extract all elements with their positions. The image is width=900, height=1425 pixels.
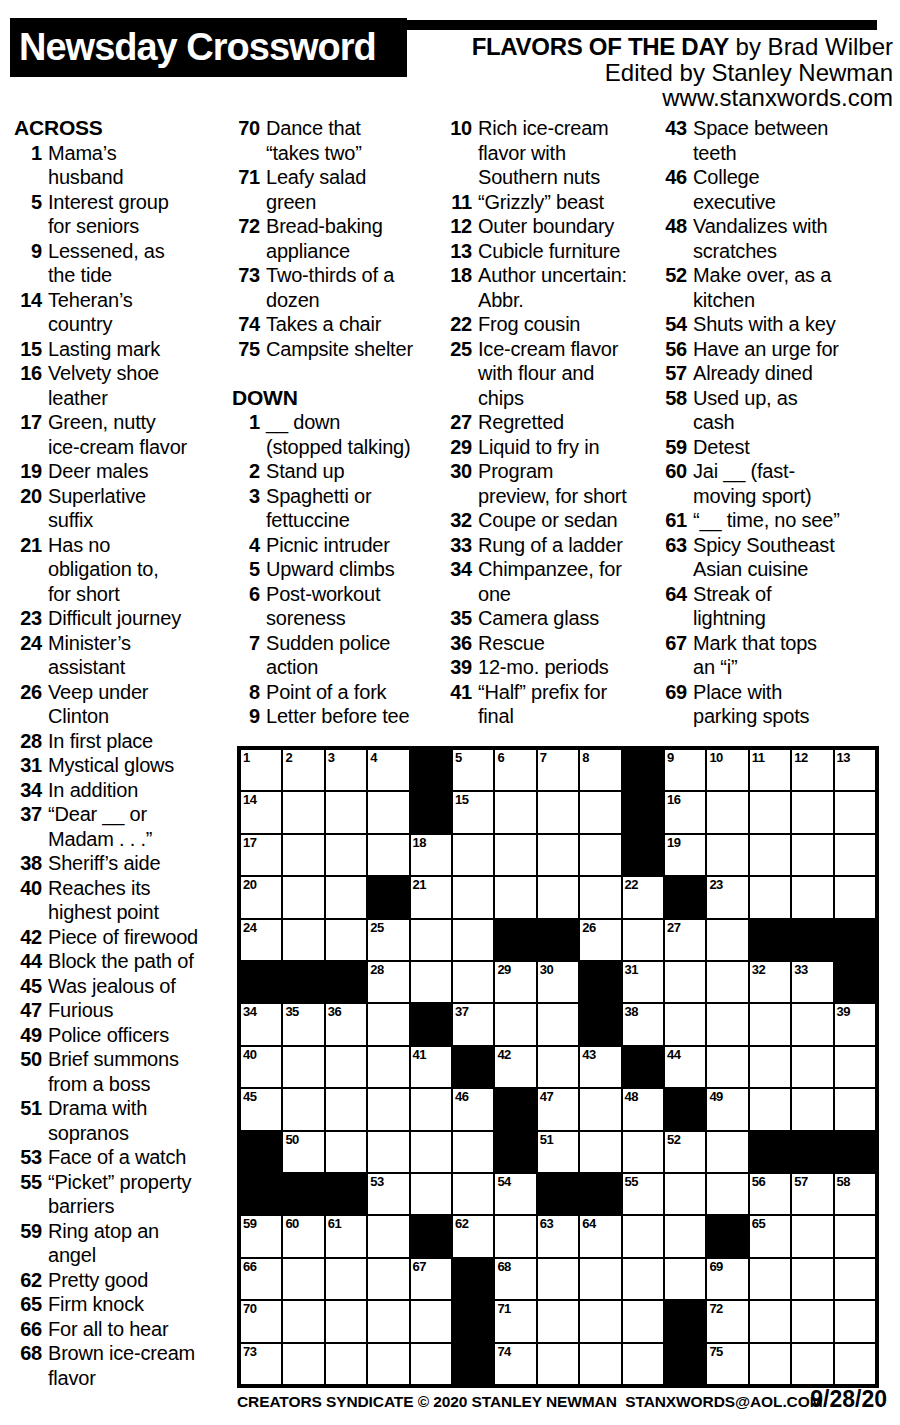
cell-r13c9[interactable] bbox=[579, 1258, 621, 1300]
cell-r1c2[interactable]: 2 bbox=[282, 749, 324, 791]
cell-r15c5[interactable] bbox=[410, 1343, 452, 1385]
clue-number: 55 bbox=[12, 1170, 42, 1195]
cell-r8c15[interactable] bbox=[834, 1046, 876, 1088]
clue-across-75: 75Campsite shelter bbox=[230, 337, 443, 362]
cell-number: 24 bbox=[243, 920, 256, 935]
clue-number: 45 bbox=[12, 974, 42, 999]
cell-number: 59 bbox=[243, 1216, 256, 1231]
cell-number: 31 bbox=[625, 962, 638, 977]
black-cell-r12c5 bbox=[410, 1215, 452, 1257]
cell-r12c2[interactable]: 60 bbox=[282, 1215, 324, 1257]
cell-r5c2[interactable] bbox=[282, 919, 324, 961]
cell-r7c12[interactable] bbox=[706, 1003, 748, 1045]
clue-down-69: 69Place with parking spots bbox=[660, 680, 879, 729]
cell-r7c14[interactable] bbox=[791, 1003, 833, 1045]
clue-text: Face of a watch bbox=[48, 1145, 186, 1170]
cell-r14c2[interactable] bbox=[282, 1300, 324, 1342]
cell-r4c15[interactable] bbox=[834, 876, 876, 918]
cell-r3c8[interactable] bbox=[537, 834, 579, 876]
clue-number: 20 bbox=[12, 484, 42, 509]
cell-r4c3[interactable] bbox=[325, 876, 367, 918]
cell-r14c8[interactable] bbox=[537, 1300, 579, 1342]
clue-number: 26 bbox=[12, 680, 42, 705]
clue-text: Leafy salad green bbox=[266, 165, 366, 214]
cell-r2c8[interactable] bbox=[537, 791, 579, 833]
clue-text: Teheran’s country bbox=[48, 288, 133, 337]
cell-r15c8[interactable] bbox=[537, 1343, 579, 1385]
cell-r1c7[interactable]: 6 bbox=[494, 749, 536, 791]
cell-number: 60 bbox=[285, 1216, 298, 1231]
clue-number: 25 bbox=[445, 337, 472, 362]
cell-r8c8[interactable] bbox=[537, 1046, 579, 1088]
clue-number: 54 bbox=[660, 312, 687, 337]
clue-number: 22 bbox=[445, 312, 472, 337]
cell-r3c11[interactable]: 19 bbox=[664, 834, 706, 876]
clue-number: 10 bbox=[445, 116, 472, 141]
cell-r10c11[interactable]: 52 bbox=[664, 1131, 706, 1173]
cell-r1c15[interactable]: 13 bbox=[834, 749, 876, 791]
clue-number: 5 bbox=[12, 190, 42, 215]
cell-r1c6[interactable]: 5 bbox=[452, 749, 494, 791]
clue-text: Used up, as cash bbox=[693, 386, 798, 435]
cell-r12c8[interactable]: 63 bbox=[537, 1215, 579, 1257]
cell-r15c2[interactable] bbox=[282, 1343, 324, 1385]
cell-r3c9[interactable] bbox=[579, 834, 621, 876]
cell-r10c9[interactable] bbox=[579, 1131, 621, 1173]
cell-r12c14[interactable] bbox=[791, 1215, 833, 1257]
clue-text: Velvety shoe leather bbox=[48, 361, 159, 410]
cell-r14c10[interactable] bbox=[622, 1300, 664, 1342]
cell-r3c7[interactable] bbox=[494, 834, 536, 876]
cell-r9c8[interactable]: 47 bbox=[537, 1088, 579, 1130]
cell-r4c2[interactable] bbox=[282, 876, 324, 918]
cell-number: 34 bbox=[243, 1004, 256, 1019]
clue-across-72: 72Bread-baking appliance bbox=[230, 214, 443, 263]
clue-text: Veep under Clinton bbox=[48, 680, 148, 729]
cell-r15c12[interactable]: 75 bbox=[706, 1343, 748, 1385]
cell-r4c5[interactable]: 21 bbox=[410, 876, 452, 918]
cell-r7c15[interactable]: 39 bbox=[834, 1003, 876, 1045]
cell-r14c3[interactable] bbox=[325, 1300, 367, 1342]
black-cell-r5c13 bbox=[749, 919, 791, 961]
cell-r12c9[interactable]: 64 bbox=[579, 1215, 621, 1257]
clue-number: 1 bbox=[230, 410, 260, 435]
cell-r12c10[interactable] bbox=[622, 1215, 664, 1257]
cell-r1c14[interactable]: 12 bbox=[791, 749, 833, 791]
clue-across-14: 14Teheran’s country bbox=[12, 288, 227, 337]
clue-down-6: 6Post-workout soreness bbox=[230, 582, 443, 631]
cell-r2c1[interactable]: 14 bbox=[240, 791, 282, 833]
cell-number: 13 bbox=[837, 750, 850, 765]
cell-r1c1[interactable]: 1 bbox=[240, 749, 282, 791]
clue-number: 40 bbox=[12, 876, 42, 901]
cell-r15c4[interactable] bbox=[367, 1343, 409, 1385]
cell-r12c15[interactable] bbox=[834, 1215, 876, 1257]
cell-number: 68 bbox=[497, 1259, 510, 1274]
cell-r8c14[interactable] bbox=[791, 1046, 833, 1088]
clue-down-43: 43Space between teeth bbox=[660, 116, 879, 165]
cell-r4c13[interactable] bbox=[749, 876, 791, 918]
clue-text: Pretty good bbox=[48, 1268, 148, 1293]
clue-down-12: 12Outer boundary bbox=[445, 214, 658, 239]
cell-r3c14[interactable] bbox=[791, 834, 833, 876]
cell-r10c2[interactable]: 50 bbox=[282, 1131, 324, 1173]
cell-r4c10[interactable]: 22 bbox=[622, 876, 664, 918]
cell-r2c14[interactable] bbox=[791, 791, 833, 833]
cell-r13c12[interactable]: 69 bbox=[706, 1258, 748, 1300]
clue-down-25: 25Ice-cream flavor with flour and chips bbox=[445, 337, 658, 411]
cell-r8c9[interactable]: 43 bbox=[579, 1046, 621, 1088]
cell-r15c15[interactable] bbox=[834, 1343, 876, 1385]
cell-r15c13[interactable] bbox=[749, 1343, 791, 1385]
cell-r10c3[interactable] bbox=[325, 1131, 367, 1173]
cell-number: 51 bbox=[540, 1132, 553, 1147]
clue-text: Drama with sopranos bbox=[48, 1096, 147, 1145]
cell-r9c2[interactable] bbox=[282, 1088, 324, 1130]
cell-r13c7[interactable]: 68 bbox=[494, 1258, 536, 1300]
clue-down-52: 52Make over, as a kitchen bbox=[660, 263, 879, 312]
cell-r15c10[interactable] bbox=[622, 1343, 664, 1385]
cell-r14c9[interactable] bbox=[579, 1300, 621, 1342]
clue-text: Letter before tee bbox=[266, 704, 409, 729]
cell-r6c14[interactable]: 33 bbox=[791, 961, 833, 1003]
cell-r10c5[interactable] bbox=[410, 1131, 452, 1173]
clue-text: Shuts with a key bbox=[693, 312, 835, 337]
cell-r15c1[interactable]: 73 bbox=[240, 1343, 282, 1385]
cell-r13c8[interactable] bbox=[537, 1258, 579, 1300]
cell-r8c11[interactable]: 44 bbox=[664, 1046, 706, 1088]
cell-r8c3[interactable] bbox=[325, 1046, 367, 1088]
clue-across-20: 20Superlative suffix bbox=[12, 484, 227, 533]
clue-down-48: 48Vandalizes with scratches bbox=[660, 214, 879, 263]
clue-text: Bread-baking appliance bbox=[266, 214, 383, 263]
cell-r1c4[interactable]: 4 bbox=[367, 749, 409, 791]
clue-number: 32 bbox=[445, 508, 472, 533]
cell-r12c11[interactable] bbox=[664, 1215, 706, 1257]
clue-across-68: 68Brown ice-cream flavor bbox=[12, 1341, 227, 1390]
cell-r4c12[interactable]: 23 bbox=[706, 876, 748, 918]
cell-r15c14[interactable] bbox=[791, 1343, 833, 1385]
cell-r8c5[interactable]: 41 bbox=[410, 1046, 452, 1088]
cell-r9c15[interactable] bbox=[834, 1088, 876, 1130]
cell-r11c14[interactable]: 57 bbox=[791, 1173, 833, 1215]
cell-number: 70 bbox=[243, 1301, 256, 1316]
cell-r7c11[interactable] bbox=[664, 1003, 706, 1045]
clue-down-56: 56Have an urge for bbox=[660, 337, 879, 362]
clue-across-23: 23Difficult journey bbox=[12, 606, 227, 631]
cell-r14c14[interactable] bbox=[791, 1300, 833, 1342]
clue-number: 33 bbox=[445, 533, 472, 558]
cell-r13c1[interactable]: 66 bbox=[240, 1258, 282, 1300]
cell-r3c5[interactable]: 18 bbox=[410, 834, 452, 876]
puzzle-title: FLAVORS OF THE DAY bbox=[472, 33, 729, 60]
cell-r1c13[interactable]: 11 bbox=[749, 749, 791, 791]
cell-r1c9[interactable]: 8 bbox=[579, 749, 621, 791]
cell-r8c2[interactable] bbox=[282, 1046, 324, 1088]
cell-r12c4[interactable] bbox=[367, 1215, 409, 1257]
cell-r9c1[interactable]: 45 bbox=[240, 1088, 282, 1130]
clue-text: Interest group for seniors bbox=[48, 190, 169, 239]
clue-text: Vandalizes with scratches bbox=[693, 214, 827, 263]
cell-r12c6[interactable]: 62 bbox=[452, 1215, 494, 1257]
black-cell-r5c15 bbox=[834, 919, 876, 961]
cell-r2c9[interactable] bbox=[579, 791, 621, 833]
cell-r12c13[interactable]: 65 bbox=[749, 1215, 791, 1257]
cell-r6c12[interactable] bbox=[706, 961, 748, 1003]
cell-r15c3[interactable] bbox=[325, 1343, 367, 1385]
cell-r3c4[interactable] bbox=[367, 834, 409, 876]
cell-number: 62 bbox=[455, 1216, 468, 1231]
clue-across-49: 49Police officers bbox=[12, 1023, 227, 1048]
cell-r14c13[interactable] bbox=[749, 1300, 791, 1342]
cell-r7c4[interactable] bbox=[367, 1003, 409, 1045]
cell-r4c9[interactable] bbox=[579, 876, 621, 918]
cell-r11c6[interactable] bbox=[452, 1173, 494, 1215]
cell-r9c13[interactable] bbox=[749, 1088, 791, 1130]
cell-number: 58 bbox=[837, 1174, 850, 1189]
clue-down-34: 34Chimpanzee, for one bbox=[445, 557, 658, 606]
cell-r5c10[interactable] bbox=[622, 919, 664, 961]
cell-r3c1[interactable]: 17 bbox=[240, 834, 282, 876]
cell-r1c12[interactable]: 10 bbox=[706, 749, 748, 791]
masthead: FLAVORS OF THE DAY by Brad Wilber Edited… bbox=[472, 34, 893, 111]
clue-number: 2 bbox=[230, 459, 260, 484]
clue-across-51: 51Drama with sopranos bbox=[12, 1096, 227, 1145]
clue-down-22: 22Frog cousin bbox=[445, 312, 658, 337]
cell-r6c4[interactable]: 28 bbox=[367, 961, 409, 1003]
cell-r13c2[interactable] bbox=[282, 1258, 324, 1300]
cell-r12c3[interactable]: 61 bbox=[325, 1215, 367, 1257]
cell-r6c6[interactable] bbox=[452, 961, 494, 1003]
clue-across-31: 31Mystical glows bbox=[12, 753, 227, 778]
clue-down-67: 67Mark that tops an “i” bbox=[660, 631, 879, 680]
cell-r11c5[interactable] bbox=[410, 1173, 452, 1215]
cell-number: 52 bbox=[667, 1132, 680, 1147]
cell-r5c3[interactable] bbox=[325, 919, 367, 961]
clue-text: “Picket” property barriers bbox=[48, 1170, 191, 1219]
cell-r9c9[interactable] bbox=[579, 1088, 621, 1130]
section-header-across: ACROSS bbox=[14, 116, 227, 141]
clue-number: 6 bbox=[230, 582, 260, 607]
cell-r10c6[interactable] bbox=[452, 1131, 494, 1173]
cell-number: 37 bbox=[455, 1004, 468, 1019]
cell-r5c11[interactable]: 27 bbox=[664, 919, 706, 961]
black-cell-r5c8 bbox=[537, 919, 579, 961]
clue-number: 17 bbox=[12, 410, 42, 435]
clue-across-53: 53Face of a watch bbox=[12, 1145, 227, 1170]
cell-r9c10[interactable]: 48 bbox=[622, 1088, 664, 1130]
cell-r11c10[interactable]: 55 bbox=[622, 1173, 664, 1215]
cell-r6c10[interactable]: 31 bbox=[622, 961, 664, 1003]
cell-r13c14[interactable] bbox=[791, 1258, 833, 1300]
black-cell-r10c14 bbox=[791, 1131, 833, 1173]
cell-r6c13[interactable]: 32 bbox=[749, 961, 791, 1003]
cell-r8c4[interactable] bbox=[367, 1046, 409, 1088]
black-cell-r8c6 bbox=[452, 1046, 494, 1088]
cell-r7c1[interactable]: 34 bbox=[240, 1003, 282, 1045]
cell-r3c13[interactable] bbox=[749, 834, 791, 876]
cell-r7c3[interactable]: 36 bbox=[325, 1003, 367, 1045]
cell-r3c6[interactable] bbox=[452, 834, 494, 876]
black-cell-r2c10 bbox=[622, 791, 664, 833]
cell-r7c13[interactable] bbox=[749, 1003, 791, 1045]
cell-r13c15[interactable] bbox=[834, 1258, 876, 1300]
cell-r15c9[interactable] bbox=[579, 1343, 621, 1385]
clue-text: Spicy Southeast Asian cuisine bbox=[693, 533, 835, 582]
cell-r6c8[interactable]: 30 bbox=[537, 961, 579, 1003]
cell-r5c12[interactable] bbox=[706, 919, 748, 961]
cell-r12c7[interactable] bbox=[494, 1215, 536, 1257]
cell-r9c14[interactable] bbox=[791, 1088, 833, 1130]
cell-r8c1[interactable]: 40 bbox=[240, 1046, 282, 1088]
cell-r9c6[interactable]: 46 bbox=[452, 1088, 494, 1130]
clue-text: Make over, as a kitchen bbox=[693, 263, 831, 312]
cell-r13c4[interactable] bbox=[367, 1258, 409, 1300]
cell-r2c4[interactable] bbox=[367, 791, 409, 833]
clue-number: 34 bbox=[445, 557, 472, 582]
cell-r15c7[interactable]: 74 bbox=[494, 1343, 536, 1385]
cell-r5c4[interactable]: 25 bbox=[367, 919, 409, 961]
clue-number: 74 bbox=[230, 312, 260, 337]
cell-r8c13[interactable] bbox=[749, 1046, 791, 1088]
cell-r2c13[interactable] bbox=[749, 791, 791, 833]
clue-across-17: 17Green, nutty ice-cream flavor bbox=[12, 410, 227, 459]
clue-number: 59 bbox=[660, 435, 687, 460]
cell-r7c2[interactable]: 35 bbox=[282, 1003, 324, 1045]
cell-r9c5[interactable] bbox=[410, 1088, 452, 1130]
cell-r6c11[interactable] bbox=[664, 961, 706, 1003]
cell-r2c15[interactable] bbox=[834, 791, 876, 833]
cell-number: 1 bbox=[243, 750, 250, 765]
cell-r10c12[interactable] bbox=[706, 1131, 748, 1173]
cell-r10c8[interactable]: 51 bbox=[537, 1131, 579, 1173]
clue-text: “Grizzly” beast bbox=[478, 190, 604, 215]
cell-number: 19 bbox=[667, 835, 680, 850]
cell-r13c3[interactable] bbox=[325, 1258, 367, 1300]
cell-r4c6[interactable] bbox=[452, 876, 494, 918]
clue-text: Have an urge for bbox=[693, 337, 839, 362]
cell-r7c8[interactable] bbox=[537, 1003, 579, 1045]
cell-r11c7[interactable]: 54 bbox=[494, 1173, 536, 1215]
clue-text: Coupe or sedan bbox=[478, 508, 618, 533]
cell-r2c3[interactable] bbox=[325, 791, 367, 833]
cell-r6c7[interactable]: 29 bbox=[494, 961, 536, 1003]
cell-r9c12[interactable]: 49 bbox=[706, 1088, 748, 1130]
cell-r5c9[interactable]: 26 bbox=[579, 919, 621, 961]
cell-r5c1[interactable]: 24 bbox=[240, 919, 282, 961]
cell-r4c8[interactable] bbox=[537, 876, 579, 918]
clue-text: Chimpanzee, for one bbox=[478, 557, 622, 606]
cell-r9c3[interactable] bbox=[325, 1088, 367, 1130]
cell-r3c12[interactable] bbox=[706, 834, 748, 876]
clue-number: 35 bbox=[445, 606, 472, 631]
cell-r5c6[interactable] bbox=[452, 919, 494, 961]
cell-r4c7[interactable] bbox=[494, 876, 536, 918]
cell-number: 43 bbox=[582, 1047, 595, 1062]
cell-r10c10[interactable] bbox=[622, 1131, 664, 1173]
clue-text: Stand up bbox=[266, 459, 344, 484]
cell-r8c7[interactable]: 42 bbox=[494, 1046, 536, 1088]
cell-r14c1[interactable]: 70 bbox=[240, 1300, 282, 1342]
cell-r1c8[interactable]: 7 bbox=[537, 749, 579, 791]
cell-r2c11[interactable]: 16 bbox=[664, 791, 706, 833]
clue-number: 59 bbox=[12, 1219, 42, 1244]
cell-r7c7[interactable] bbox=[494, 1003, 536, 1045]
clue-text: Mark that tops an “i” bbox=[693, 631, 817, 680]
clue-down-11: 11“Grizzly” beast bbox=[445, 190, 658, 215]
cell-r4c1[interactable]: 20 bbox=[240, 876, 282, 918]
cell-r14c5[interactable] bbox=[410, 1300, 452, 1342]
cell-r14c7[interactable]: 71 bbox=[494, 1300, 536, 1342]
cell-r2c2[interactable] bbox=[282, 791, 324, 833]
cell-r2c7[interactable] bbox=[494, 791, 536, 833]
clue-text: Program preview, for short bbox=[478, 459, 627, 508]
clue-number: 63 bbox=[660, 533, 687, 558]
cell-number: 32 bbox=[752, 962, 765, 977]
cell-r2c6[interactable]: 15 bbox=[452, 791, 494, 833]
copyright-credit: CREATORS SYNDICATE © 2020 STANLEY NEWMAN… bbox=[237, 1393, 822, 1411]
cell-r7c6[interactable]: 37 bbox=[452, 1003, 494, 1045]
cell-r11c12[interactable] bbox=[706, 1173, 748, 1215]
cell-r7c10[interactable]: 38 bbox=[622, 1003, 664, 1045]
cell-r1c11[interactable]: 9 bbox=[664, 749, 706, 791]
cell-r11c4[interactable]: 53 bbox=[367, 1173, 409, 1215]
black-cell-r3c10 bbox=[622, 834, 664, 876]
cell-r14c4[interactable] bbox=[367, 1300, 409, 1342]
cell-r2c12[interactable] bbox=[706, 791, 748, 833]
cell-number: 11 bbox=[752, 750, 765, 765]
clue-down-57: 57Already dined bbox=[660, 361, 879, 386]
cell-r11c11[interactable] bbox=[664, 1173, 706, 1215]
clue-text: Camera glass bbox=[478, 606, 599, 631]
cell-number: 15 bbox=[455, 792, 468, 807]
cell-r9c4[interactable] bbox=[367, 1088, 409, 1130]
clue-across-47: 47Furious bbox=[12, 998, 227, 1023]
cell-r14c15[interactable] bbox=[834, 1300, 876, 1342]
cell-r11c15[interactable]: 58 bbox=[834, 1173, 876, 1215]
clue-number: 70 bbox=[230, 116, 260, 141]
cell-r3c3[interactable] bbox=[325, 834, 367, 876]
cell-r13c13[interactable] bbox=[749, 1258, 791, 1300]
cell-r3c15[interactable] bbox=[834, 834, 876, 876]
cell-r6c5[interactable] bbox=[410, 961, 452, 1003]
cell-r13c5[interactable]: 67 bbox=[410, 1258, 452, 1300]
clue-down-10: 10Rich ice-cream flavor with Southern nu… bbox=[445, 116, 658, 190]
cell-number: 53 bbox=[370, 1174, 383, 1189]
cell-r5c5[interactable] bbox=[410, 919, 452, 961]
cell-r13c10[interactable] bbox=[622, 1258, 664, 1300]
clue-number: 27 bbox=[445, 410, 472, 435]
clue-text: Brief summons from a boss bbox=[48, 1047, 179, 1096]
cell-r3c2[interactable] bbox=[282, 834, 324, 876]
cell-r8c12[interactable] bbox=[706, 1046, 748, 1088]
page: Newsday Crossword FLAVORS OF THE DAY by … bbox=[0, 0, 900, 1425]
clue-text: College executive bbox=[693, 165, 776, 214]
clue-across-19: 19Deer males bbox=[12, 459, 227, 484]
cell-r12c1[interactable]: 59 bbox=[240, 1215, 282, 1257]
cell-r10c4[interactable] bbox=[367, 1131, 409, 1173]
header-rule bbox=[407, 20, 877, 30]
clue-column-2: 70Dance that “takes two”71Leafy salad gr… bbox=[230, 116, 443, 729]
cell-r14c12[interactable]: 72 bbox=[706, 1300, 748, 1342]
cell-r1c3[interactable]: 3 bbox=[325, 749, 367, 791]
clue-down-1: 1__ down (stopped talking) bbox=[230, 410, 443, 459]
cell-r4c14[interactable] bbox=[791, 876, 833, 918]
cell-r11c13[interactable]: 56 bbox=[749, 1173, 791, 1215]
clue-down-30: 30Program preview, for short bbox=[445, 459, 658, 508]
cell-number: 14 bbox=[243, 792, 256, 807]
cell-r13c11[interactable] bbox=[664, 1258, 706, 1300]
